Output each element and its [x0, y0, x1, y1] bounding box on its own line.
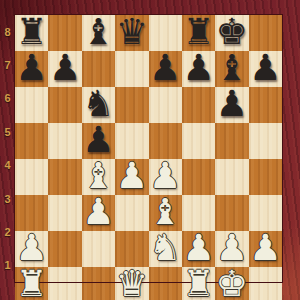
square-g4[interactable] — [215, 159, 248, 195]
square-d5[interactable] — [115, 123, 148, 159]
square-a4[interactable] — [15, 159, 48, 195]
black-pawn[interactable]: ♟ — [182, 50, 214, 86]
square-h8[interactable] — [249, 15, 282, 51]
rank-label-5: 5 — [0, 115, 15, 148]
white-rook[interactable]: ♜ — [182, 266, 214, 300]
square-g2[interactable]: ♟ — [215, 231, 248, 267]
rank-label-6: 6 — [0, 82, 15, 115]
square-h5[interactable] — [249, 123, 282, 159]
square-c3[interactable]: ♟ — [82, 195, 115, 231]
square-f4[interactable] — [182, 159, 215, 195]
square-a5[interactable] — [15, 123, 48, 159]
square-d4[interactable]: ♟ — [115, 159, 148, 195]
square-c8[interactable]: ♝ — [82, 15, 115, 51]
square-b1[interactable] — [48, 267, 81, 300]
rank-label-7: 7 — [0, 48, 15, 81]
square-b7[interactable]: ♟ — [48, 51, 81, 87]
rank-label-2: 2 — [0, 215, 15, 248]
square-c5[interactable]: ♟ — [82, 123, 115, 159]
square-b6[interactable] — [48, 87, 81, 123]
square-c6[interactable]: ♞ — [82, 87, 115, 123]
square-f5[interactable] — [182, 123, 215, 159]
chess-diagram: 87654321 abcdefgh ♜♝♛♜♚♟♟♟♟♝♟♞♟♟♝♟♟♟♝♟♞♟… — [0, 0, 300, 300]
square-h2[interactable]: ♟ — [249, 231, 282, 267]
square-a7[interactable]: ♟ — [15, 51, 48, 87]
square-e4[interactable]: ♟ — [149, 159, 182, 195]
square-f1[interactable]: ♜ — [182, 267, 215, 300]
white-pawn[interactable]: ♟ — [82, 194, 114, 230]
square-f7[interactable]: ♟ — [182, 51, 215, 87]
white-queen[interactable]: ♛ — [116, 266, 148, 300]
square-d2[interactable] — [115, 231, 148, 267]
square-h4[interactable] — [249, 159, 282, 195]
white-bishop[interactable]: ♝ — [82, 158, 114, 194]
square-a3[interactable] — [15, 195, 48, 231]
square-a1[interactable]: ♜ — [15, 267, 48, 300]
black-queen[interactable]: ♛ — [116, 14, 148, 50]
black-pawn[interactable]: ♟ — [16, 50, 48, 86]
square-d7[interactable] — [115, 51, 148, 87]
white-pawn[interactable]: ♟ — [16, 230, 48, 266]
black-bishop[interactable]: ♝ — [216, 50, 248, 86]
square-d1[interactable]: ♛ — [115, 267, 148, 300]
square-c4[interactable]: ♝ — [82, 159, 115, 195]
white-pawn[interactable]: ♟ — [216, 230, 248, 266]
square-a2[interactable]: ♟ — [15, 231, 48, 267]
square-h7[interactable]: ♟ — [249, 51, 282, 87]
white-bishop[interactable]: ♝ — [149, 194, 181, 230]
square-e3[interactable]: ♝ — [149, 195, 182, 231]
square-d8[interactable]: ♛ — [115, 15, 148, 51]
square-h1[interactable] — [249, 267, 282, 300]
black-pawn[interactable]: ♟ — [216, 86, 248, 122]
square-g5[interactable] — [215, 123, 248, 159]
white-knight[interactable]: ♞ — [149, 230, 181, 266]
square-e5[interactable] — [149, 123, 182, 159]
square-e2[interactable]: ♞ — [149, 231, 182, 267]
chess-board: ♜♝♛♜♚♟♟♟♟♝♟♞♟♟♝♟♟♟♝♟♞♟♟♟♜♛♜♚ — [15, 15, 282, 282]
square-d3[interactable] — [115, 195, 148, 231]
white-pawn[interactable]: ♟ — [182, 230, 214, 266]
square-a8[interactable]: ♜ — [15, 15, 48, 51]
square-e6[interactable] — [149, 87, 182, 123]
square-g1[interactable]: ♚ — [215, 267, 248, 300]
black-bishop[interactable]: ♝ — [82, 14, 114, 50]
square-g8[interactable]: ♚ — [215, 15, 248, 51]
square-e1[interactable] — [149, 267, 182, 300]
square-g7[interactable]: ♝ — [215, 51, 248, 87]
square-f8[interactable]: ♜ — [182, 15, 215, 51]
square-c2[interactable] — [82, 231, 115, 267]
square-c1[interactable] — [82, 267, 115, 300]
square-b8[interactable] — [48, 15, 81, 51]
square-b3[interactable] — [48, 195, 81, 231]
white-rook[interactable]: ♜ — [16, 266, 48, 300]
rank-label-1: 1 — [0, 249, 15, 282]
black-pawn[interactable]: ♟ — [49, 50, 81, 86]
square-b2[interactable] — [48, 231, 81, 267]
black-pawn[interactable]: ♟ — [149, 50, 181, 86]
black-knight[interactable]: ♞ — [82, 86, 114, 122]
black-rook[interactable]: ♜ — [16, 14, 48, 50]
white-pawn[interactable]: ♟ — [116, 158, 148, 194]
rank-label-4: 4 — [0, 149, 15, 182]
square-h3[interactable] — [249, 195, 282, 231]
black-king[interactable]: ♚ — [216, 14, 248, 50]
square-c7[interactable] — [82, 51, 115, 87]
black-pawn[interactable]: ♟ — [82, 122, 114, 158]
square-d6[interactable] — [115, 87, 148, 123]
rank-label-8: 8 — [0, 15, 15, 48]
square-b4[interactable] — [48, 159, 81, 195]
square-e7[interactable]: ♟ — [149, 51, 182, 87]
square-f6[interactable] — [182, 87, 215, 123]
rank-labels: 87654321 — [0, 15, 15, 282]
square-b5[interactable] — [48, 123, 81, 159]
square-g6[interactable]: ♟ — [215, 87, 248, 123]
square-h6[interactable] — [249, 87, 282, 123]
white-pawn[interactable]: ♟ — [249, 230, 281, 266]
square-f2[interactable]: ♟ — [182, 231, 215, 267]
square-e8[interactable] — [149, 15, 182, 51]
black-rook[interactable]: ♜ — [182, 14, 214, 50]
square-a6[interactable] — [15, 87, 48, 123]
white-pawn[interactable]: ♟ — [149, 158, 181, 194]
rank-label-3: 3 — [0, 182, 15, 215]
black-pawn[interactable]: ♟ — [249, 50, 281, 86]
square-f3[interactable] — [182, 195, 215, 231]
square-g3[interactable] — [215, 195, 248, 231]
white-king[interactable]: ♚ — [216, 266, 248, 300]
